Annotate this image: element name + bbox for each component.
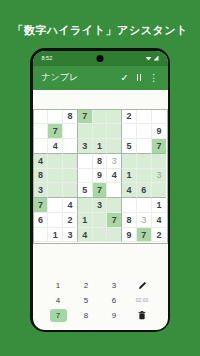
cell-r9c1[interactable]: [34, 228, 49, 243]
cell-r2c7[interactable]: [122, 124, 137, 139]
cell-r7c4[interactable]: [78, 198, 93, 213]
cell-r2c6[interactable]: [107, 124, 122, 139]
cell-r7c2[interactable]: [48, 198, 63, 213]
camera-punch-hole: [97, 55, 104, 62]
cell-r4c3[interactable]: [63, 154, 78, 169]
cell-r1c7[interactable]: 2: [122, 110, 137, 125]
cell-r8c7[interactable]: 8: [122, 213, 137, 228]
cell-r6c8[interactable]: 6: [137, 183, 152, 198]
cell-r6c4[interactable]: 5: [78, 183, 93, 198]
page-title: 「数字ハイライト」アシスタント: [0, 23, 200, 38]
app-bar-title: ナンプレ: [42, 71, 113, 84]
cell-r6c9[interactable]: [152, 183, 167, 198]
cell-r9c5[interactable]: [93, 228, 108, 243]
cell-r2c4[interactable]: [78, 124, 93, 139]
cell-r5c3[interactable]: [63, 169, 78, 184]
cell-r1c1[interactable]: [34, 110, 49, 125]
cell-r1c6[interactable]: [107, 110, 122, 125]
cell-r4c8[interactable]: [137, 154, 152, 169]
key-6[interactable]: 6: [106, 294, 123, 307]
trash-icon[interactable]: [138, 311, 146, 320]
cell-r8c8[interactable]: 3: [137, 213, 152, 228]
cell-r7c3[interactable]: 4: [63, 198, 78, 213]
key-2[interactable]: 2: [78, 279, 95, 292]
cell-r5c8[interactable]: [137, 169, 152, 184]
cell-r2c2[interactable]: 7: [48, 124, 63, 139]
cell-r9c8[interactable]: 7: [137, 228, 152, 243]
game-timer: 02:00: [136, 297, 149, 303]
key-5[interactable]: 5: [78, 294, 95, 307]
cell-r9c9[interactable]: 2: [152, 228, 167, 243]
cell-r4c7[interactable]: [122, 154, 137, 169]
cell-r9c4[interactable]: 4: [78, 228, 93, 243]
cell-r1c4[interactable]: 7: [78, 110, 93, 125]
sudoku-board: 8727943157483894133574674316217834134972: [33, 109, 168, 244]
cell-r7c5[interactable]: 3: [93, 198, 108, 213]
cell-r3c7[interactable]: 5: [122, 139, 137, 154]
cell-r5c2[interactable]: [48, 169, 63, 184]
cell-r2c1[interactable]: [34, 124, 49, 139]
cell-r7c1[interactable]: 7: [34, 198, 49, 213]
cell-r5c1[interactable]: 8: [34, 169, 49, 184]
cell-r7c9[interactable]: 1: [152, 198, 167, 213]
cell-r3c5[interactable]: 1: [93, 139, 108, 154]
cell-r3c6[interactable]: [107, 139, 122, 154]
cell-r8c6[interactable]: 7: [107, 213, 122, 228]
cell-r4c2[interactable]: [48, 154, 63, 169]
cell-r6c5[interactable]: 7: [93, 183, 108, 198]
app-bar: ナンプレ ✓ ⋮: [33, 66, 168, 90]
cell-r1c9[interactable]: [152, 110, 167, 125]
cell-r5c9[interactable]: 3: [152, 169, 167, 184]
cell-r5c5[interactable]: 9: [93, 169, 108, 184]
cell-r6c3[interactable]: [63, 183, 78, 198]
cell-r8c9[interactable]: 4: [152, 213, 167, 228]
more-vert-icon[interactable]: ⋮: [149, 73, 159, 83]
cell-r9c2[interactable]: 1: [48, 228, 63, 243]
cell-r7c7[interactable]: [122, 198, 137, 213]
cell-r6c2[interactable]: [48, 183, 63, 198]
cell-r2c5[interactable]: [93, 124, 108, 139]
cell-r7c6[interactable]: [107, 198, 122, 213]
key-8[interactable]: 8: [78, 309, 95, 322]
cell-r1c8[interactable]: [137, 110, 152, 125]
status-icons: [146, 56, 159, 61]
cell-r5c6[interactable]: 4: [107, 169, 122, 184]
cell-r2c3[interactable]: [63, 124, 78, 139]
pencil-icon[interactable]: [138, 281, 147, 290]
cell-r8c3[interactable]: 2: [63, 213, 78, 228]
phone-mockup: 8:52 ナンプレ ✓ ⋮ 87279431574838941335746743…: [30, 48, 170, 332]
cell-r3c4[interactable]: 3: [78, 139, 93, 154]
cell-r7c8[interactable]: [137, 198, 152, 213]
wifi-icon: [146, 56, 152, 61]
cell-r9c3[interactable]: 3: [63, 228, 78, 243]
cell-r9c6[interactable]: [107, 228, 122, 243]
cell-r6c7[interactable]: 4: [122, 183, 137, 198]
screen-content: 8727943157483894133574674316217834134972…: [33, 90, 168, 330]
cell-r6c6[interactable]: [107, 183, 122, 198]
cell-r4c4[interactable]: [78, 154, 93, 169]
phone-screen: 8:52 ナンプレ ✓ ⋮ 87279431574838941335746743…: [33, 51, 168, 330]
key-4[interactable]: 4: [50, 294, 67, 307]
cell-r3c9[interactable]: 7: [152, 139, 167, 154]
cell-r4c9[interactable]: [152, 154, 167, 169]
cell-r5c7[interactable]: 1: [122, 169, 137, 184]
cell-r6c1[interactable]: 3: [34, 183, 49, 198]
cell-r4c5[interactable]: 8: [93, 154, 108, 169]
number-keypad: 1 2 3 4 5 6 02:00 7 8 9: [44, 278, 156, 323]
cell-r4c6[interactable]: 3: [107, 154, 122, 169]
key-9[interactable]: 9: [106, 309, 123, 322]
cell-r8c5[interactable]: [93, 213, 108, 228]
signal-icon: [154, 56, 159, 61]
cell-r8c1[interactable]: 6: [34, 213, 49, 228]
cell-r4c1[interactable]: 4: [34, 154, 49, 169]
key-3[interactable]: 3: [106, 279, 123, 292]
cell-r9c7[interactable]: 9: [122, 228, 137, 243]
check-icon[interactable]: ✓: [121, 73, 129, 83]
cell-r3c8[interactable]: [137, 139, 152, 154]
cell-r1c3[interactable]: 8: [63, 110, 78, 125]
key-7[interactable]: 7: [50, 309, 67, 322]
cell-r1c5[interactable]: [93, 110, 108, 125]
cell-r1c2[interactable]: [48, 110, 63, 125]
cell-r3c2[interactable]: 4: [48, 139, 63, 154]
cell-r8c4[interactable]: 1: [78, 213, 93, 228]
cell-r8c2[interactable]: [48, 213, 63, 228]
cell-r5c4[interactable]: [78, 169, 93, 184]
key-1[interactable]: 1: [50, 279, 67, 292]
cell-r3c1[interactable]: [34, 139, 49, 154]
status-bar: 8:52: [33, 51, 168, 66]
cell-r2c8[interactable]: [137, 124, 152, 139]
pause-icon[interactable]: [137, 74, 142, 81]
cell-r3c3[interactable]: [63, 139, 78, 154]
cell-r2c9[interactable]: 9: [152, 124, 167, 139]
status-time: 8:52: [42, 55, 53, 61]
